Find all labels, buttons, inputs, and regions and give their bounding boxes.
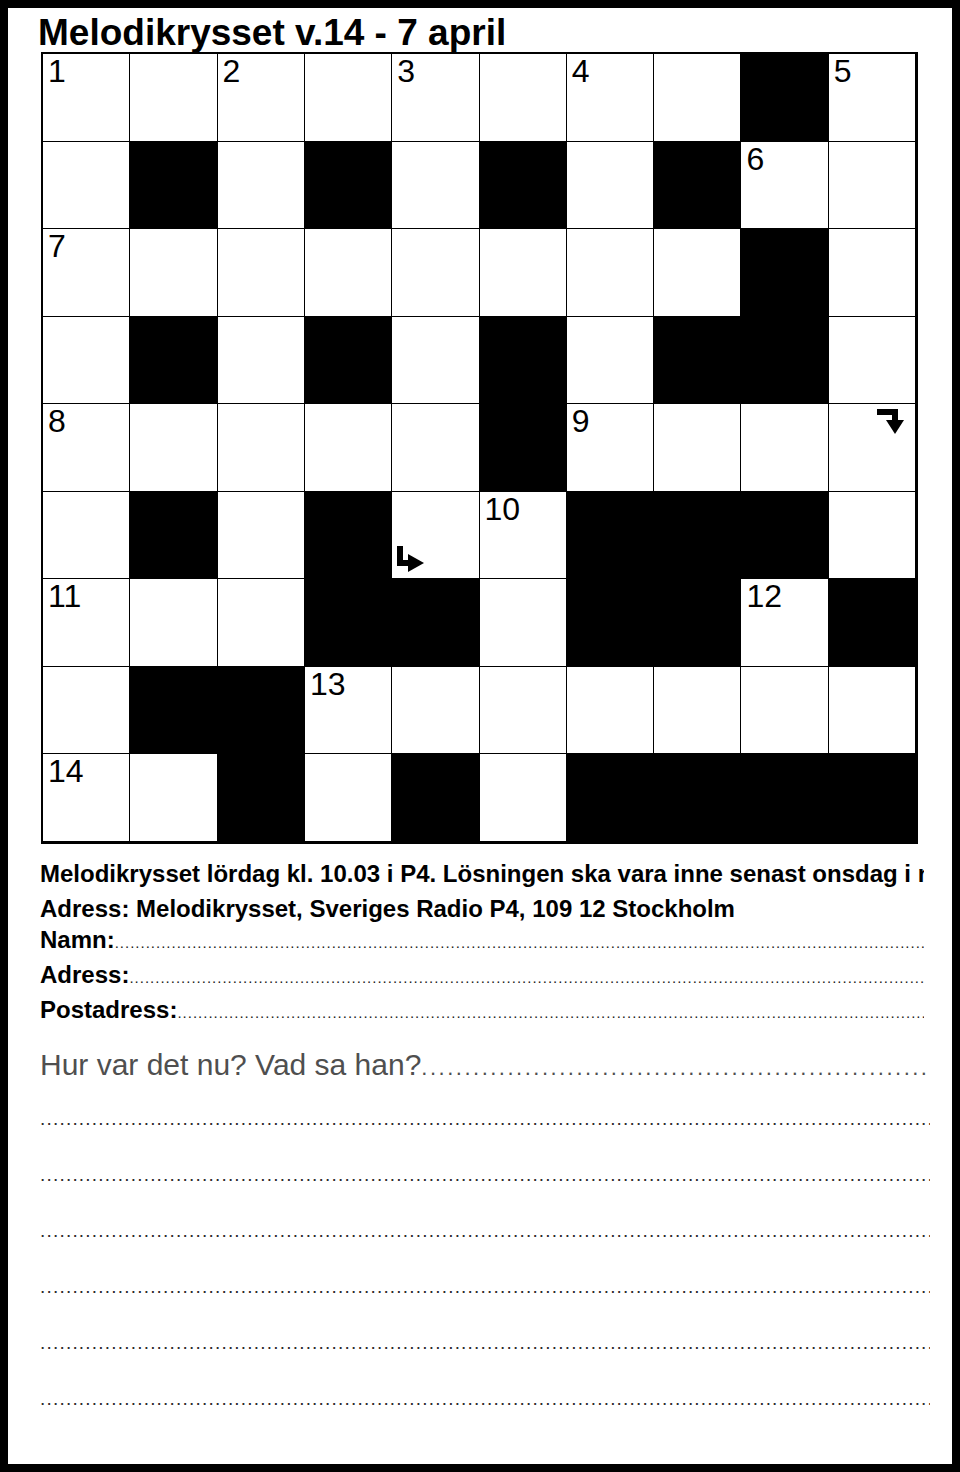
cell-r8c8[interactable] — [654, 667, 741, 755]
black-cell-r9c8 — [654, 754, 741, 842]
black-cell-r3c9 — [741, 229, 828, 317]
cell-r6c3[interactable] — [218, 492, 305, 580]
cell-r8c5[interactable] — [392, 667, 479, 755]
clue-number-13: 13 — [310, 668, 346, 702]
cell-r5c5[interactable] — [392, 404, 479, 492]
cell-r2c5[interactable] — [392, 142, 479, 230]
arrow-right-then-down-icon — [876, 407, 906, 435]
cell-r3c10[interactable] — [829, 229, 916, 317]
crossword-grid: 1234567891011121314 — [41, 52, 918, 844]
cell-r3c8[interactable] — [654, 229, 741, 317]
black-cell-r9c5 — [392, 754, 479, 842]
cell-r3c2[interactable] — [130, 229, 217, 317]
cell-r3c4[interactable] — [305, 229, 392, 317]
cell-r2c9[interactable]: 6 — [741, 142, 828, 230]
black-cell-r7c8 — [654, 579, 741, 667]
cell-r4c3[interactable] — [218, 317, 305, 405]
black-cell-r7c10 — [829, 579, 916, 667]
cell-r1c10[interactable]: 5 — [829, 54, 916, 142]
page: Melodikrysset v.14 - 7 april 12345678910… — [0, 0, 960, 1472]
black-cell-r4c8 — [654, 317, 741, 405]
black-cell-r6c8 — [654, 492, 741, 580]
cell-r3c1[interactable]: 7 — [43, 229, 130, 317]
cell-r8c10[interactable] — [829, 667, 916, 755]
clue-number-11: 11 — [48, 580, 81, 614]
cell-r7c6[interactable] — [480, 579, 567, 667]
cell-r5c9[interactable] — [741, 404, 828, 492]
dotted-leader-postadress: ........................................… — [177, 1004, 924, 1021]
answer-dotted-line-2: ........................................… — [40, 1164, 930, 1192]
clue-number-8: 8 — [48, 405, 66, 439]
black-cell-r6c2 — [130, 492, 217, 580]
cell-r3c5[interactable] — [392, 229, 479, 317]
black-cell-r9c9 — [741, 754, 828, 842]
cell-r9c2[interactable] — [130, 754, 217, 842]
black-cell-r4c2 — [130, 317, 217, 405]
address-info: Adress: Melodikrysset, Sveriges Radio P4… — [40, 895, 924, 923]
black-cell-r4c9 — [741, 317, 828, 405]
cell-r9c4[interactable] — [305, 754, 392, 842]
cell-r4c7[interactable] — [567, 317, 654, 405]
black-cell-r2c4 — [305, 142, 392, 230]
cell-r5c2[interactable] — [130, 404, 217, 492]
clue-number-10: 10 — [485, 493, 521, 527]
black-cell-r4c6 — [480, 317, 567, 405]
cell-r6c10[interactable] — [829, 492, 916, 580]
cell-r7c3[interactable] — [218, 579, 305, 667]
form-field-postadress: Postadress:.............................… — [40, 996, 924, 1024]
black-cell-r6c9 — [741, 492, 828, 580]
question-line: Hur var det nu? Vad sa han? ............… — [40, 1048, 930, 1082]
black-cell-r2c6 — [480, 142, 567, 230]
cell-r6c6[interactable]: 10 — [480, 492, 567, 580]
answer-dotted-line-3: ........................................… — [40, 1220, 930, 1248]
cell-r2c1[interactable] — [43, 142, 130, 230]
clue-number-9: 9 — [572, 405, 590, 439]
black-cell-r2c8 — [654, 142, 741, 230]
cell-r1c3[interactable]: 2 — [218, 54, 305, 142]
cell-r8c6[interactable] — [480, 667, 567, 755]
form-label-namn: Namn: — [40, 926, 115, 954]
cell-r3c7[interactable] — [567, 229, 654, 317]
cell-r2c10[interactable] — [829, 142, 916, 230]
cell-r3c3[interactable] — [218, 229, 305, 317]
cell-r8c7[interactable] — [567, 667, 654, 755]
arrow-down-then-right-icon — [395, 546, 425, 574]
black-cell-r8c3 — [218, 667, 305, 755]
answer-dotted-line-4: ........................................… — [40, 1276, 930, 1304]
cell-r2c7[interactable] — [567, 142, 654, 230]
question-dotted-leader: ........................................… — [421, 1055, 930, 1081]
black-cell-r9c3 — [218, 754, 305, 842]
cell-r3c6[interactable] — [480, 229, 567, 317]
form-label-postadress: Postadress: — [40, 996, 177, 1024]
black-cell-r1c9 — [741, 54, 828, 142]
black-cell-r9c10 — [829, 754, 916, 842]
black-cell-r7c4 — [305, 579, 392, 667]
clue-number-2: 2 — [223, 55, 241, 89]
clue-number-3: 3 — [397, 55, 415, 89]
form-field-namn: Namn:...................................… — [40, 926, 924, 954]
black-cell-r5c6 — [480, 404, 567, 492]
answer-dotted-line-6: ........................................… — [40, 1388, 930, 1416]
black-cell-r6c7 — [567, 492, 654, 580]
cell-r5c3[interactable] — [218, 404, 305, 492]
black-cell-r4c4 — [305, 317, 392, 405]
clue-number-7: 7 — [48, 230, 66, 264]
cell-r9c1[interactable]: 14 — [43, 754, 130, 842]
cell-r5c8[interactable] — [654, 404, 741, 492]
clue-number-4: 4 — [572, 55, 590, 89]
black-cell-r9c7 — [567, 754, 654, 842]
question-text: Hur var det nu? Vad sa han? — [40, 1048, 421, 1082]
cell-r1c5[interactable]: 3 — [392, 54, 479, 142]
cell-r4c5[interactable] — [392, 317, 479, 405]
cell-r6c1[interactable] — [43, 492, 130, 580]
dotted-leader-adress: ........................................… — [129, 969, 924, 986]
black-cell-r8c2 — [130, 667, 217, 755]
cell-r5c4[interactable] — [305, 404, 392, 492]
cell-r8c1[interactable] — [43, 667, 130, 755]
cell-r7c2[interactable] — [130, 579, 217, 667]
cell-r7c1[interactable]: 11 — [43, 579, 130, 667]
answer-dotted-line-1: ........................................… — [40, 1108, 930, 1136]
form-field-adress: Adress:.................................… — [40, 961, 924, 989]
page-title: Melodikrysset v.14 - 7 april — [38, 12, 506, 54]
cell-r8c4[interactable]: 13 — [305, 667, 392, 755]
cell-r4c10[interactable] — [829, 317, 916, 405]
form-label-adress: Adress: — [40, 961, 129, 989]
cell-r1c8[interactable] — [654, 54, 741, 142]
cell-r8c9[interactable] — [741, 667, 828, 755]
cell-r1c2[interactable] — [130, 54, 217, 142]
cell-r4c1[interactable] — [43, 317, 130, 405]
clue-number-6: 6 — [746, 143, 764, 177]
answer-lines: ........................................… — [40, 1108, 930, 1444]
cell-r2c3[interactable] — [218, 142, 305, 230]
clue-number-1: 1 — [48, 55, 66, 89]
cell-r5c7[interactable]: 9 — [567, 404, 654, 492]
cell-r5c1[interactable]: 8 — [43, 404, 130, 492]
cell-r1c6[interactable] — [480, 54, 567, 142]
black-cell-r7c5 — [392, 579, 479, 667]
clue-number-12: 12 — [746, 580, 782, 614]
broadcast-info: Melodikrysset lördag kl. 10.03 i P4. Lös… — [40, 860, 924, 888]
answer-dotted-line-5: ........................................… — [40, 1332, 930, 1360]
cell-r9c6[interactable] — [480, 754, 567, 842]
cell-r1c1[interactable]: 1 — [43, 54, 130, 142]
dotted-leader-namn: ........................................… — [115, 934, 924, 951]
cell-r1c7[interactable]: 4 — [567, 54, 654, 142]
cell-r1c4[interactable] — [305, 54, 392, 142]
cell-r7c9[interactable]: 12 — [741, 579, 828, 667]
clue-number-5: 5 — [834, 55, 852, 89]
black-cell-r6c4 — [305, 492, 392, 580]
black-cell-r7c7 — [567, 579, 654, 667]
clue-number-14: 14 — [48, 755, 84, 789]
black-cell-r2c2 — [130, 142, 217, 230]
cell-r6c5[interactable] — [392, 492, 479, 580]
cell-r5c10[interactable] — [829, 404, 916, 492]
